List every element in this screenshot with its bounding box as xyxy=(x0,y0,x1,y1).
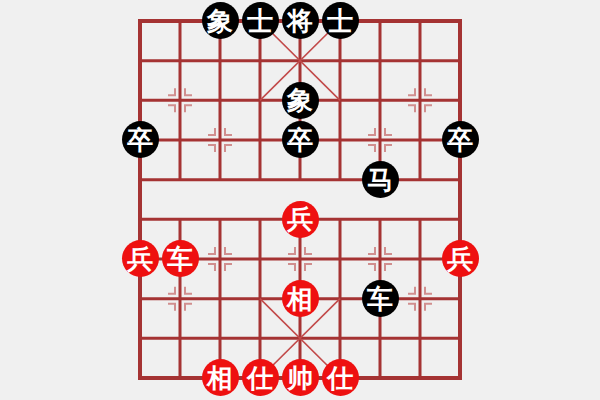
piece-black-horse[interactable]: 马 xyxy=(362,161,399,198)
piece-black-elephant[interactable]: 象 xyxy=(282,82,319,119)
piece-red-elephant[interactable]: 相 xyxy=(282,280,319,317)
piece-black-advisor[interactable]: 士 xyxy=(242,2,279,39)
piece-grid: 象士将士象卒卒卒马兵兵车兵相车相仕帅仕 xyxy=(120,1,480,398)
piece-black-advisor[interactable]: 士 xyxy=(322,2,359,39)
piece-red-soldier[interactable]: 兵 xyxy=(282,201,319,238)
piece-black-elephant[interactable]: 象 xyxy=(202,2,239,39)
piece-red-advisor[interactable]: 仕 xyxy=(242,359,279,396)
piece-red-general[interactable]: 帅 xyxy=(282,359,319,396)
piece-black-soldier[interactable]: 卒 xyxy=(122,121,159,158)
piece-red-soldier[interactable]: 兵 xyxy=(122,240,159,277)
piece-red-chariot[interactable]: 车 xyxy=(162,240,199,277)
piece-black-soldier[interactable]: 卒 xyxy=(442,121,479,158)
xiangqi-board: 象士将士象卒卒卒马兵兵车兵相车相仕帅仕 xyxy=(0,0,600,400)
piece-black-general[interactable]: 将 xyxy=(282,2,319,39)
piece-red-elephant[interactable]: 相 xyxy=(202,359,239,396)
piece-black-soldier[interactable]: 卒 xyxy=(282,121,319,158)
piece-red-advisor[interactable]: 仕 xyxy=(322,359,359,396)
piece-red-soldier[interactable]: 兵 xyxy=(442,240,479,277)
piece-black-chariot[interactable]: 车 xyxy=(362,280,399,317)
